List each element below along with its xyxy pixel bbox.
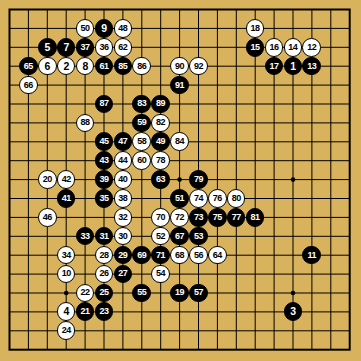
- go-stone-black: 61: [95, 57, 114, 76]
- go-stone-white: 38: [114, 189, 133, 208]
- go-stone-white: 60: [132, 151, 151, 170]
- go-stone-black: 87: [95, 95, 114, 114]
- go-stone-black: 83: [132, 95, 151, 114]
- go-stone-white: 62: [114, 38, 133, 57]
- go-stone-black: 1: [284, 57, 303, 76]
- go-stone-white: 58: [132, 132, 151, 151]
- stones-layer: 1234567891011121314151617181920212223242…: [0, 0, 359, 359]
- go-stone-white: 46: [38, 208, 57, 227]
- go-stone-white: 66: [19, 76, 38, 95]
- go-stone-white: 56: [189, 246, 208, 265]
- go-stone-white: 16: [265, 38, 284, 57]
- go-stone-black: 81: [246, 208, 265, 227]
- go-stone-black: 51: [170, 189, 189, 208]
- go-stone-white: 24: [57, 321, 76, 340]
- go-stone-white: 28: [95, 246, 114, 265]
- go-stone-black: 67: [170, 227, 189, 246]
- go-stone-black: 45: [95, 132, 114, 151]
- go-stone-white: 86: [132, 57, 151, 76]
- go-stone-black: 37: [76, 38, 95, 57]
- go-stone-white: 80: [227, 189, 246, 208]
- go-stone-white: 76: [208, 189, 227, 208]
- go-stone-white: 14: [284, 38, 303, 57]
- go-stone-white: 18: [246, 19, 265, 38]
- go-stone-white: 10: [57, 265, 76, 284]
- go-stone-white: 50: [76, 19, 95, 38]
- go-stone-white: 26: [95, 265, 114, 284]
- go-stone-black: 19: [170, 284, 189, 303]
- go-stone-black: 41: [57, 189, 76, 208]
- go-stone-black: 65: [19, 57, 38, 76]
- go-stone-white: 84: [170, 132, 189, 151]
- go-stone-black: 23: [95, 302, 114, 321]
- go-stone-white: 2: [57, 57, 76, 76]
- go-stone-white: 78: [151, 151, 170, 170]
- go-stone-white: 42: [57, 170, 76, 189]
- go-stone-black: 75: [208, 208, 227, 227]
- go-stone-black: 69: [132, 246, 151, 265]
- go-stone-black: 9: [95, 19, 114, 38]
- go-stone-white: 90: [170, 57, 189, 76]
- go-diagram: 1234567891011121314151617181920212223242…: [0, 0, 361, 361]
- go-stone-white: 82: [151, 114, 170, 133]
- go-stone-black: 85: [114, 57, 133, 76]
- go-stone-white: 34: [57, 246, 76, 265]
- go-stone-black: 91: [170, 76, 189, 95]
- go-stone-black: 25: [95, 284, 114, 303]
- go-stone-white: 72: [170, 208, 189, 227]
- go-stone-black: 47: [114, 132, 133, 151]
- go-stone-black: 89: [151, 95, 170, 114]
- go-stone-black: 49: [151, 132, 170, 151]
- go-stone-white: 52: [151, 227, 170, 246]
- go-stone-black: 79: [189, 170, 208, 189]
- go-stone-black: 5: [38, 38, 57, 57]
- go-stone-black: 11: [302, 246, 321, 265]
- go-stone-white: 6: [38, 57, 57, 76]
- go-stone-black: 33: [76, 227, 95, 246]
- go-board[interactable]: 1234567891011121314151617181920212223242…: [0, 0, 361, 361]
- go-stone-black: 27: [114, 265, 133, 284]
- go-stone-black: 7: [57, 38, 76, 57]
- go-stone-black: 29: [114, 246, 133, 265]
- go-stone-black: 55: [132, 284, 151, 303]
- go-stone-white: 88: [76, 114, 95, 133]
- go-stone-white: 74: [189, 189, 208, 208]
- go-stone-white: 22: [76, 284, 95, 303]
- go-stone-black: 71: [151, 246, 170, 265]
- go-stone-black: 21: [76, 302, 95, 321]
- go-stone-black: 31: [95, 227, 114, 246]
- go-stone-black: 3: [284, 302, 303, 321]
- go-stone-white: 32: [114, 208, 133, 227]
- go-stone-black: 59: [132, 114, 151, 133]
- go-stone-black: 35: [95, 189, 114, 208]
- go-stone-black: 15: [246, 38, 265, 57]
- go-stone-white: 30: [114, 227, 133, 246]
- go-stone-white: 20: [38, 170, 57, 189]
- go-stone-black: 57: [189, 284, 208, 303]
- go-stone-white: 44: [114, 151, 133, 170]
- go-stone-white: 48: [114, 19, 133, 38]
- go-stone-black: 53: [189, 227, 208, 246]
- go-stone-black: 17: [265, 57, 284, 76]
- go-stone-white: 12: [302, 38, 321, 57]
- go-stone-white: 4: [57, 302, 76, 321]
- go-stone-white: 36: [95, 38, 114, 57]
- go-stone-black: 43: [95, 151, 114, 170]
- go-stone-black: 39: [95, 170, 114, 189]
- go-stone-black: 63: [151, 170, 170, 189]
- go-stone-white: 64: [208, 246, 227, 265]
- go-stone-white: 92: [189, 57, 208, 76]
- go-stone-black: 13: [302, 57, 321, 76]
- go-stone-white: 8: [76, 57, 95, 76]
- go-stone-white: 54: [151, 265, 170, 284]
- go-stone-black: 73: [189, 208, 208, 227]
- go-stone-black: 77: [227, 208, 246, 227]
- go-stone-white: 70: [151, 208, 170, 227]
- go-stone-white: 68: [170, 246, 189, 265]
- go-stone-white: 40: [114, 170, 133, 189]
